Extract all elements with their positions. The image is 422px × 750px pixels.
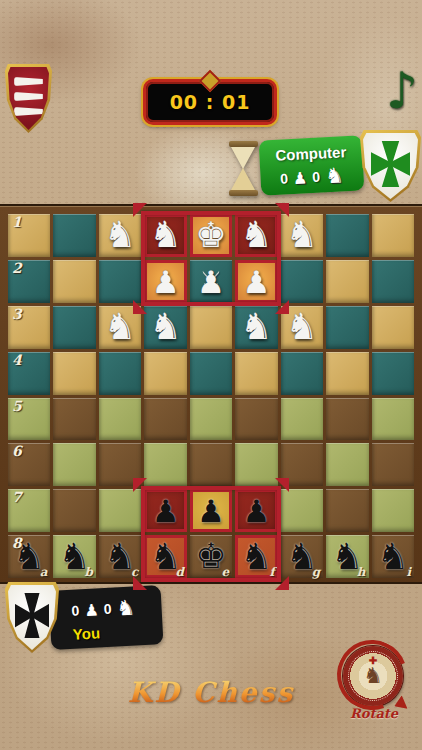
square-d3[interactable]: ♞ (144, 306, 186, 349)
square-a5[interactable]: 5 (8, 398, 50, 441)
black-knight: ♞ (372, 535, 414, 578)
square-d8[interactable]: d♞ (144, 535, 186, 578)
square-a8[interactable]: 8a♞ (8, 535, 50, 578)
rotate-board-button[interactable]: ✚ ♞ Rotate (337, 642, 411, 727)
rotate-label: Rotate (337, 706, 411, 721)
black-knight: ♞ (281, 535, 323, 578)
square-h2[interactable] (326, 260, 368, 303)
rank-label-6: 6 (12, 443, 22, 459)
kd-chess-app: { "game": "KD Chess — knights-themed che… (0, 0, 422, 750)
square-a6[interactable]: 6 (8, 443, 50, 486)
black-cross-pattee-icon (15, 593, 50, 639)
square-h5[interactable] (326, 398, 368, 441)
square-g5[interactable] (281, 398, 323, 441)
square-b8[interactable]: b♞ (53, 535, 95, 578)
square-i4[interactable] (372, 352, 414, 395)
hourglass-sand-bottom (231, 168, 255, 190)
square-c6[interactable] (99, 443, 141, 486)
black-knight: ♞ (53, 535, 95, 578)
white-knight: ♞ (281, 214, 323, 257)
black-pawn: ♟ (190, 489, 232, 532)
white-knight: ♞ (281, 306, 323, 349)
black-knight: ♞ (326, 535, 368, 578)
square-b3[interactable] (53, 306, 95, 349)
rank-label-7: 7 (12, 489, 22, 505)
hourglass-icon (229, 141, 258, 196)
square-e6[interactable] (190, 443, 232, 486)
rank-label-5: 5 (12, 398, 22, 414)
music-toggle-button[interactable]: ♪ (382, 56, 422, 126)
square-g3[interactable]: ♞ (281, 306, 323, 349)
game-timer: 00 : 01 (143, 79, 277, 125)
black-knight: ♞ (99, 535, 141, 578)
square-a4[interactable]: 4 (8, 352, 50, 395)
square-g7[interactable] (281, 489, 323, 532)
shield-field (8, 67, 49, 130)
square-f2[interactable]: ♟ (235, 260, 277, 303)
square-f8[interactable]: f♞ (235, 535, 277, 578)
chess-board: 1♞♞♚♞♞2♟⚔♟♟3♞♞♞♞4567♟♟♟8a♞b♞c♞d♞e⚜♚f♞g♞h… (0, 204, 422, 584)
square-f5[interactable] (235, 398, 277, 441)
square-h6[interactable] (326, 443, 368, 486)
black-knight: ♞ (235, 535, 277, 578)
opponent-captured-counts: 0 ♟ 0 ♞ (260, 162, 364, 191)
square-b5[interactable] (53, 398, 95, 441)
pawn-icon: ♟ (293, 168, 308, 188)
square-i2[interactable] (372, 260, 414, 303)
white-knight: ♞ (99, 306, 141, 349)
black-king: ♚ (190, 535, 232, 578)
square-h7[interactable] (326, 489, 368, 532)
hourglass-sand-top (231, 147, 255, 169)
square-i6[interactable] (372, 443, 414, 486)
square-b6[interactable] (53, 443, 95, 486)
rank-label-4: 4 (12, 352, 22, 368)
trumpet-bar-icon (14, 92, 43, 101)
shield-field (363, 133, 418, 199)
square-c7[interactable] (99, 489, 141, 532)
white-king: ♚ (190, 214, 232, 257)
square-h3[interactable] (326, 306, 368, 349)
square-f1[interactable]: ♞ (235, 214, 277, 257)
rank-label-1: 1 (12, 214, 22, 230)
square-c5[interactable] (99, 398, 141, 441)
square-d7[interactable]: ♟ (144, 489, 186, 532)
square-c3[interactable]: ♞ (99, 306, 141, 349)
square-e1[interactable]: ♚ (190, 214, 232, 257)
opponent-shield (360, 130, 421, 202)
opponent-captured-pawn-count: 0 (280, 170, 289, 186)
opponent-captured-knight-count: 0 (312, 169, 321, 185)
square-d5[interactable] (144, 398, 186, 441)
hourglass-frame (229, 190, 258, 196)
square-g4[interactable] (281, 352, 323, 395)
square-c8[interactable]: c♞ (99, 535, 141, 578)
black-pawn: ♟ (144, 489, 186, 532)
square-g1[interactable]: ♞ (281, 214, 323, 257)
black-knight: ♞ (144, 535, 186, 578)
square-b7[interactable] (53, 489, 95, 532)
square-i1[interactable] (372, 214, 414, 257)
square-i5[interactable] (372, 398, 414, 441)
zone-arrow-icon (275, 576, 289, 590)
shield-field (8, 585, 56, 650)
white-knight: ♞ (144, 306, 186, 349)
square-g6[interactable] (281, 443, 323, 486)
square-a1[interactable]: 1 (8, 214, 50, 257)
square-e3[interactable] (190, 306, 232, 349)
square-e7[interactable]: ♟ (190, 489, 232, 532)
white-pawn: ♟ (190, 260, 232, 303)
white-pawn: ♟ (144, 260, 186, 303)
square-h8[interactable]: h♞ (326, 535, 368, 578)
player-name: You (50, 621, 163, 644)
knight-icon: ♞ (325, 163, 345, 188)
square-d4[interactable] (144, 352, 186, 395)
trumpet-bar-icon (14, 77, 43, 86)
square-a2[interactable]: 2 (8, 260, 50, 303)
square-b1[interactable] (53, 214, 95, 257)
player-panel: 0 ♟ 0 ♞ You (49, 585, 164, 650)
white-knight: ♞ (235, 306, 277, 349)
square-c1[interactable]: ♞ (99, 214, 141, 257)
square-c4[interactable] (99, 352, 141, 395)
rank-label-3: 3 (12, 306, 22, 322)
opponent-panel: Computer 0 ♟ 0 ♞ (259, 135, 365, 195)
rank-label-2: 2 (12, 260, 22, 276)
player-shield (5, 582, 59, 653)
square-a3[interactable]: 3 (8, 306, 50, 349)
square-d2[interactable]: ♟ (144, 260, 186, 303)
square-i7[interactable] (372, 489, 414, 532)
white-knight: ♞ (235, 214, 277, 257)
trumpet-bar-icon (14, 107, 43, 116)
square-g8[interactable]: g♞ (281, 535, 323, 578)
square-i8[interactable]: i♞ (372, 535, 414, 578)
black-pawn: ♟ (235, 489, 277, 532)
square-d6[interactable] (144, 443, 186, 486)
white-knight: ♞ (144, 214, 186, 257)
red-banner-shield (5, 64, 52, 133)
music-note-icon: ♪ (386, 62, 418, 120)
square-a7[interactable]: 7 (8, 489, 50, 532)
square-i3[interactable] (372, 306, 414, 349)
square-g2[interactable] (281, 260, 323, 303)
square-e5[interactable] (190, 398, 232, 441)
square-b4[interactable] (53, 352, 95, 395)
player-captured-pawn-count: 0 (71, 602, 80, 618)
square-f4[interactable] (235, 352, 277, 395)
pawn-icon: ♟ (84, 600, 99, 620)
green-cross-pattee-icon (371, 141, 411, 187)
knight-icon: ♞ (116, 595, 136, 620)
white-knight: ♞ (99, 214, 141, 257)
square-f6[interactable] (235, 443, 277, 486)
board-grid: 1♞♞♚♞♞2♟⚔♟♟3♞♞♞♞4567♟♟♟8a♞b♞c♞d♞e⚜♚f♞g♞h… (8, 214, 414, 578)
opponent-name: Computer (259, 142, 363, 164)
square-h1[interactable] (326, 214, 368, 257)
square-b2[interactable] (53, 260, 95, 303)
white-pawn: ♟ (235, 260, 277, 303)
black-knight: ♞ (8, 535, 50, 578)
player-captured-knight-count: 0 (103, 601, 112, 617)
timer-value: 00 : 01 (170, 91, 251, 113)
square-f3[interactable]: ♞ (235, 306, 277, 349)
square-e8[interactable]: e⚜♚ (190, 535, 232, 578)
square-e4[interactable] (190, 352, 232, 395)
square-c2[interactable] (99, 260, 141, 303)
player-captured-counts: 0 ♟ 0 ♞ (49, 594, 162, 624)
square-e2[interactable]: ⚔♟ (190, 260, 232, 303)
square-d1[interactable]: ♞ (144, 214, 186, 257)
square-f7[interactable]: ♟ (235, 489, 277, 532)
square-h4[interactable] (326, 352, 368, 395)
